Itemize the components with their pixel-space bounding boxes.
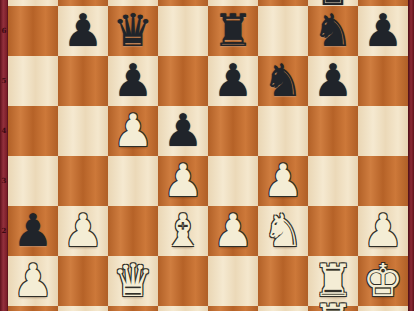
square-g5[interactable] [308, 106, 358, 156]
square-c4[interactable] [108, 156, 158, 206]
square-b4[interactable] [58, 156, 108, 206]
black-queen-c7: ♛ [113, 6, 153, 56]
square-e1[interactable] [208, 306, 258, 311]
square-d1[interactable] [158, 306, 208, 311]
square-d2[interactable] [158, 256, 208, 306]
square-a7[interactable] [8, 6, 58, 56]
square-g4[interactable] [308, 156, 358, 206]
white-pawn-e3: ♟ [213, 206, 253, 256]
black-knight-g7: ♞ [313, 6, 353, 56]
square-a6[interactable] [8, 56, 58, 106]
square-c7[interactable]: ♛ [108, 6, 158, 56]
white-king-h2: ♚ [363, 256, 403, 306]
board-frame-right [408, 0, 414, 311]
square-h7[interactable]: ♟ [358, 6, 408, 56]
black-pawn-c6: ♟ [113, 56, 153, 106]
rank-label-4: 4 [0, 126, 8, 136]
square-d6[interactable] [158, 56, 208, 106]
white-pawn-h3: ♟ [363, 206, 403, 256]
square-h6[interactable] [358, 56, 408, 106]
black-pawn-d5: ♟ [163, 106, 203, 156]
square-h1[interactable] [358, 306, 408, 311]
square-f6[interactable]: ♞ [258, 56, 308, 106]
square-f5[interactable] [258, 106, 308, 156]
rank-label-6: 6 [0, 26, 8, 36]
black-pawn-e6: ♟ [213, 56, 253, 106]
white-rook-g1: ♜ [313, 296, 353, 311]
square-f7[interactable] [258, 6, 308, 56]
rank-label-2: 2 [0, 226, 8, 236]
square-c1[interactable] [108, 306, 158, 311]
square-d3[interactable]: ♝ [158, 206, 208, 256]
square-b2[interactable] [58, 256, 108, 306]
square-g6[interactable]: ♟ [308, 56, 358, 106]
square-b6[interactable] [58, 56, 108, 106]
square-b5[interactable] [58, 106, 108, 156]
square-f3[interactable]: ♞ [258, 206, 308, 256]
square-g1[interactable]: ♜ [308, 306, 358, 311]
square-c2[interactable]: ♛ [108, 256, 158, 306]
white-bishop-d3: ♝ [163, 206, 203, 256]
white-pawn-b3: ♟ [63, 206, 103, 256]
square-g7[interactable]: ♞ [308, 6, 358, 56]
black-pawn-b7: ♟ [63, 6, 103, 56]
square-f4[interactable]: ♟ [258, 156, 308, 206]
square-e5[interactable] [208, 106, 258, 156]
square-h3[interactable]: ♟ [358, 206, 408, 256]
square-a5[interactable] [8, 106, 58, 156]
square-a3[interactable]: ♟ [8, 206, 58, 256]
square-e6[interactable]: ♟ [208, 56, 258, 106]
black-pawn-g6: ♟ [313, 56, 353, 106]
black-knight-f6: ♞ [263, 56, 303, 106]
square-e7[interactable]: ♜ [208, 6, 258, 56]
square-d7[interactable] [158, 6, 208, 56]
white-knight-f3: ♞ [263, 206, 303, 256]
square-f1[interactable] [258, 306, 308, 311]
black-pawn-a3: ♟ [13, 206, 53, 256]
square-b3[interactable]: ♟ [58, 206, 108, 256]
square-e3[interactable]: ♟ [208, 206, 258, 256]
square-d5[interactable]: ♟ [158, 106, 208, 156]
square-h4[interactable] [358, 156, 408, 206]
black-rook-e7: ♜ [213, 6, 253, 56]
chess-board: ♚♟♛♜♞♟♟♟♞♟♟♟♟♟♟♟♝♟♞♟♟♛♜♚♜ [8, 0, 408, 311]
square-c6[interactable]: ♟ [108, 56, 158, 106]
square-h2[interactable]: ♚ [358, 256, 408, 306]
rank-label-5: 5 [0, 76, 8, 86]
square-a1[interactable] [8, 306, 58, 311]
square-a2[interactable]: ♟ [8, 256, 58, 306]
square-f2[interactable] [258, 256, 308, 306]
rank-label-3: 3 [0, 176, 8, 186]
square-b1[interactable] [58, 306, 108, 311]
square-d4[interactable]: ♟ [158, 156, 208, 206]
white-pawn-c5: ♟ [113, 106, 153, 156]
square-c5[interactable]: ♟ [108, 106, 158, 156]
white-pawn-a2: ♟ [13, 256, 53, 306]
white-pawn-f4: ♟ [263, 156, 303, 206]
square-g3[interactable] [308, 206, 358, 256]
white-queen-c2: ♛ [113, 256, 153, 306]
square-a4[interactable] [8, 156, 58, 206]
square-c3[interactable] [108, 206, 158, 256]
white-pawn-d4: ♟ [163, 156, 203, 206]
square-h5[interactable] [358, 106, 408, 156]
square-b7[interactable]: ♟ [58, 6, 108, 56]
chess-diagram: { "game": "chess", "position": "6k1/1pq1… [0, 0, 414, 311]
black-pawn-h7: ♟ [363, 6, 403, 56]
square-e2[interactable] [208, 256, 258, 306]
rank-labels: 765432 [0, 0, 8, 311]
square-e4[interactable] [208, 156, 258, 206]
